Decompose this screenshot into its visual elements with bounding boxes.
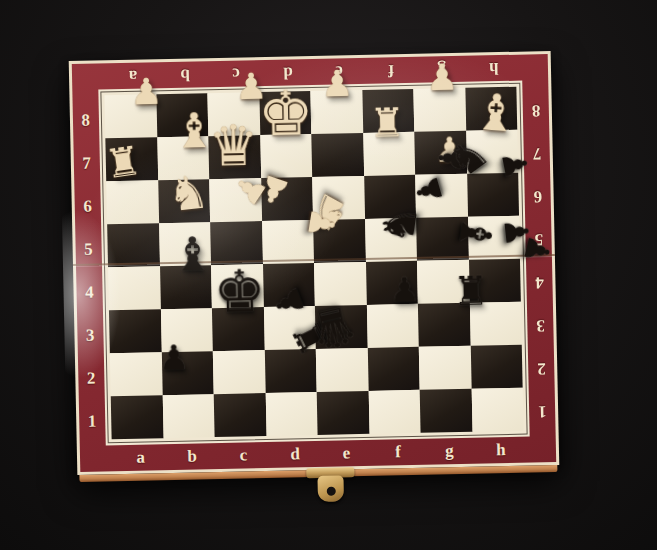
square-c5 [210,221,262,265]
square-d6 [261,177,313,221]
square-b7 [157,136,209,180]
square-b8 [156,93,208,137]
square-d7 [260,134,312,178]
file-label-e: e [321,440,373,467]
file-label-e: e [313,58,365,85]
square-f3 [366,304,418,348]
file-label-g: g [424,438,476,465]
square-d3 [263,306,315,350]
square-f2 [367,347,419,391]
rank-label-3: 3 [527,304,554,348]
rank-label-4: 4 [76,270,103,314]
square-b5 [159,222,211,266]
square-g2 [419,346,471,390]
square-h7 [466,130,518,174]
square-c7 [208,135,260,179]
photo-scene: abcdefgh abcdefgh 87654321 87654321 ♟♟♚♟… [0,0,657,550]
rank-label-7: 7 [73,141,100,185]
square-b2 [161,351,213,395]
square-a3 [109,309,161,353]
square-g5 [416,217,468,261]
brass-clasp-pendant [317,475,344,502]
square-g7 [414,131,466,175]
square-b6 [158,179,210,223]
file-label-a: a [107,62,159,89]
square-f1 [368,390,420,434]
square-d1 [265,392,317,436]
rank-label-7: 7 [523,132,550,176]
square-g6 [415,174,467,218]
rank-label-1: 1 [529,390,556,434]
square-g8 [413,88,465,132]
clasp-hole [327,487,336,496]
square-d8 [259,91,311,135]
square-h3 [469,302,521,346]
rank-label-6: 6 [524,175,551,219]
chess-board: abcdefgh abcdefgh 87654321 87654321 ♟♟♚♟… [69,51,560,475]
file-label-b: b [158,61,210,88]
file-label-d: d [269,441,321,468]
file-label-f: f [372,439,424,466]
square-c4 [211,264,263,308]
square-a5 [107,223,159,267]
square-e7 [311,133,363,177]
file-label-c: c [218,442,270,469]
square-a8 [104,94,156,138]
inner-board [98,81,529,446]
rank-label-2: 2 [78,356,105,400]
board-grid [104,87,523,440]
square-g3 [418,303,470,347]
square-a1 [111,395,163,439]
square-c6 [209,178,261,222]
square-h1 [471,388,523,432]
square-e4 [314,262,366,306]
square-e2 [316,348,368,392]
square-b4 [160,265,212,309]
square-f5 [365,218,417,262]
square-h8 [465,87,517,131]
square-h6 [467,173,519,217]
square-c3 [212,307,264,351]
square-f4 [365,261,417,305]
file-label-g: g [416,56,468,83]
rank-label-3: 3 [77,313,104,357]
rank-label-5: 5 [525,218,552,262]
square-e8 [310,90,362,134]
square-e1 [317,391,369,435]
square-h4 [468,259,520,303]
square-e3 [315,305,367,349]
square-d5 [262,220,314,264]
rank-label-8: 8 [522,89,549,133]
square-a6 [106,180,158,224]
square-g1 [420,389,472,433]
file-label-h: h [467,55,519,82]
file-label-c: c [210,60,262,87]
square-d4 [263,263,315,307]
rank-label-4: 4 [526,261,553,305]
rank-label-8: 8 [73,98,100,142]
square-f6 [364,175,416,219]
square-b1 [162,394,214,438]
square-h2 [470,345,522,389]
square-a4 [108,266,160,310]
square-f8 [362,89,414,133]
square-h5 [468,216,520,260]
file-label-f: f [364,57,416,84]
file-label-d: d [261,59,313,86]
file-label-a: a [115,444,167,471]
file-label-h: h [475,437,527,464]
square-b3 [160,308,212,352]
square-e5 [313,219,365,263]
square-a7 [105,137,157,181]
file-label-b: b [166,443,218,470]
square-c1 [214,393,266,437]
rank-label-6: 6 [74,184,101,228]
square-g4 [417,260,469,304]
rank-label-1: 1 [79,399,106,443]
square-c8 [207,92,259,136]
square-c2 [213,350,265,394]
square-a2 [110,352,162,396]
square-e6 [312,176,364,220]
square-f7 [363,132,415,176]
board-frame: abcdefgh abcdefgh 87654321 87654321 [72,54,556,472]
rank-label-5: 5 [75,227,102,271]
rank-label-2: 2 [528,347,555,391]
square-d2 [264,349,316,393]
